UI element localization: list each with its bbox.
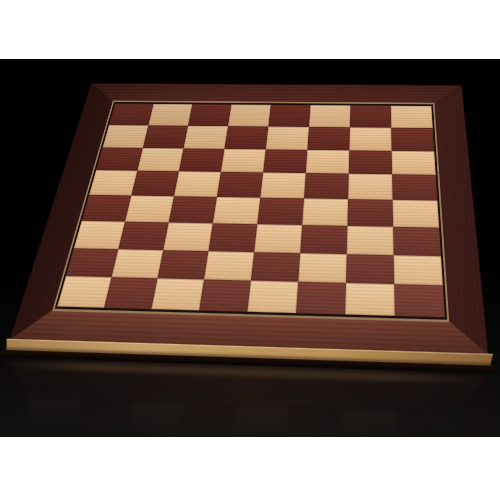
board-square [148,104,192,126]
board-square [309,105,350,127]
board-square [287,408,343,437]
board-square [307,127,350,150]
board-square [392,175,437,201]
board-square [57,276,111,307]
board-square [217,172,263,198]
board-square [296,282,346,314]
board-square [306,149,350,173]
board-square [393,200,440,228]
white-matte-bottom [0,437,500,500]
board-square [348,174,392,200]
board-square [188,104,231,126]
board-square [391,106,433,128]
board-square [391,127,434,150]
board-square [209,223,258,252]
board-square [73,400,133,437]
board-square [131,171,179,196]
board-square [346,254,394,285]
board-square [213,197,260,224]
board-square [125,196,174,223]
board-square [266,126,309,149]
board-square [96,147,143,171]
board-square [298,253,347,284]
board-square [302,198,348,225]
board-square [103,125,149,148]
board-square [89,170,137,195]
board-square [20,398,81,437]
board-square [82,195,132,222]
chess-board [9,83,489,355]
board-frame [91,83,462,85]
board-square [157,250,208,280]
board-square [251,252,300,282]
board-visual [9,83,489,355]
board-square [347,199,393,226]
board-square [163,222,213,250]
board-square [174,172,221,197]
board-square [225,126,269,149]
board-square [342,410,398,437]
board-square [300,225,347,254]
board-square [104,277,157,309]
board-square [304,173,349,199]
board-square [184,126,228,149]
board-square [125,402,184,437]
board-square [179,404,237,437]
board-square [393,227,441,256]
board-square [66,248,119,278]
board-square [204,251,254,281]
board-square [228,104,271,126]
board-square [74,221,125,249]
board-square [345,283,395,316]
board-square [118,221,168,249]
board-square [137,147,183,171]
photo-stage [0,59,500,437]
board-square [199,280,251,312]
board-square [257,198,304,225]
board-square [263,149,307,173]
board-square [397,412,454,437]
board-square [254,224,302,253]
board-square [394,284,445,317]
board-square [247,281,298,313]
playing-field [57,104,445,318]
board-square [394,255,443,286]
board-square [111,249,163,279]
board-square [232,406,289,437]
board-square [349,127,391,150]
board-square [260,173,305,199]
board-square [347,226,394,255]
board-square [221,148,266,172]
white-matte-top [0,0,500,59]
board-square [179,148,225,172]
board-square [268,105,310,127]
board-square [169,196,217,223]
board-square [109,104,154,126]
board-square [349,150,392,175]
board-square [350,105,391,127]
board-square [392,150,436,175]
border-fillet-dark-line [55,102,447,320]
border-fillet-light-line [52,100,449,322]
board-square [151,279,204,311]
board-square [143,125,188,148]
